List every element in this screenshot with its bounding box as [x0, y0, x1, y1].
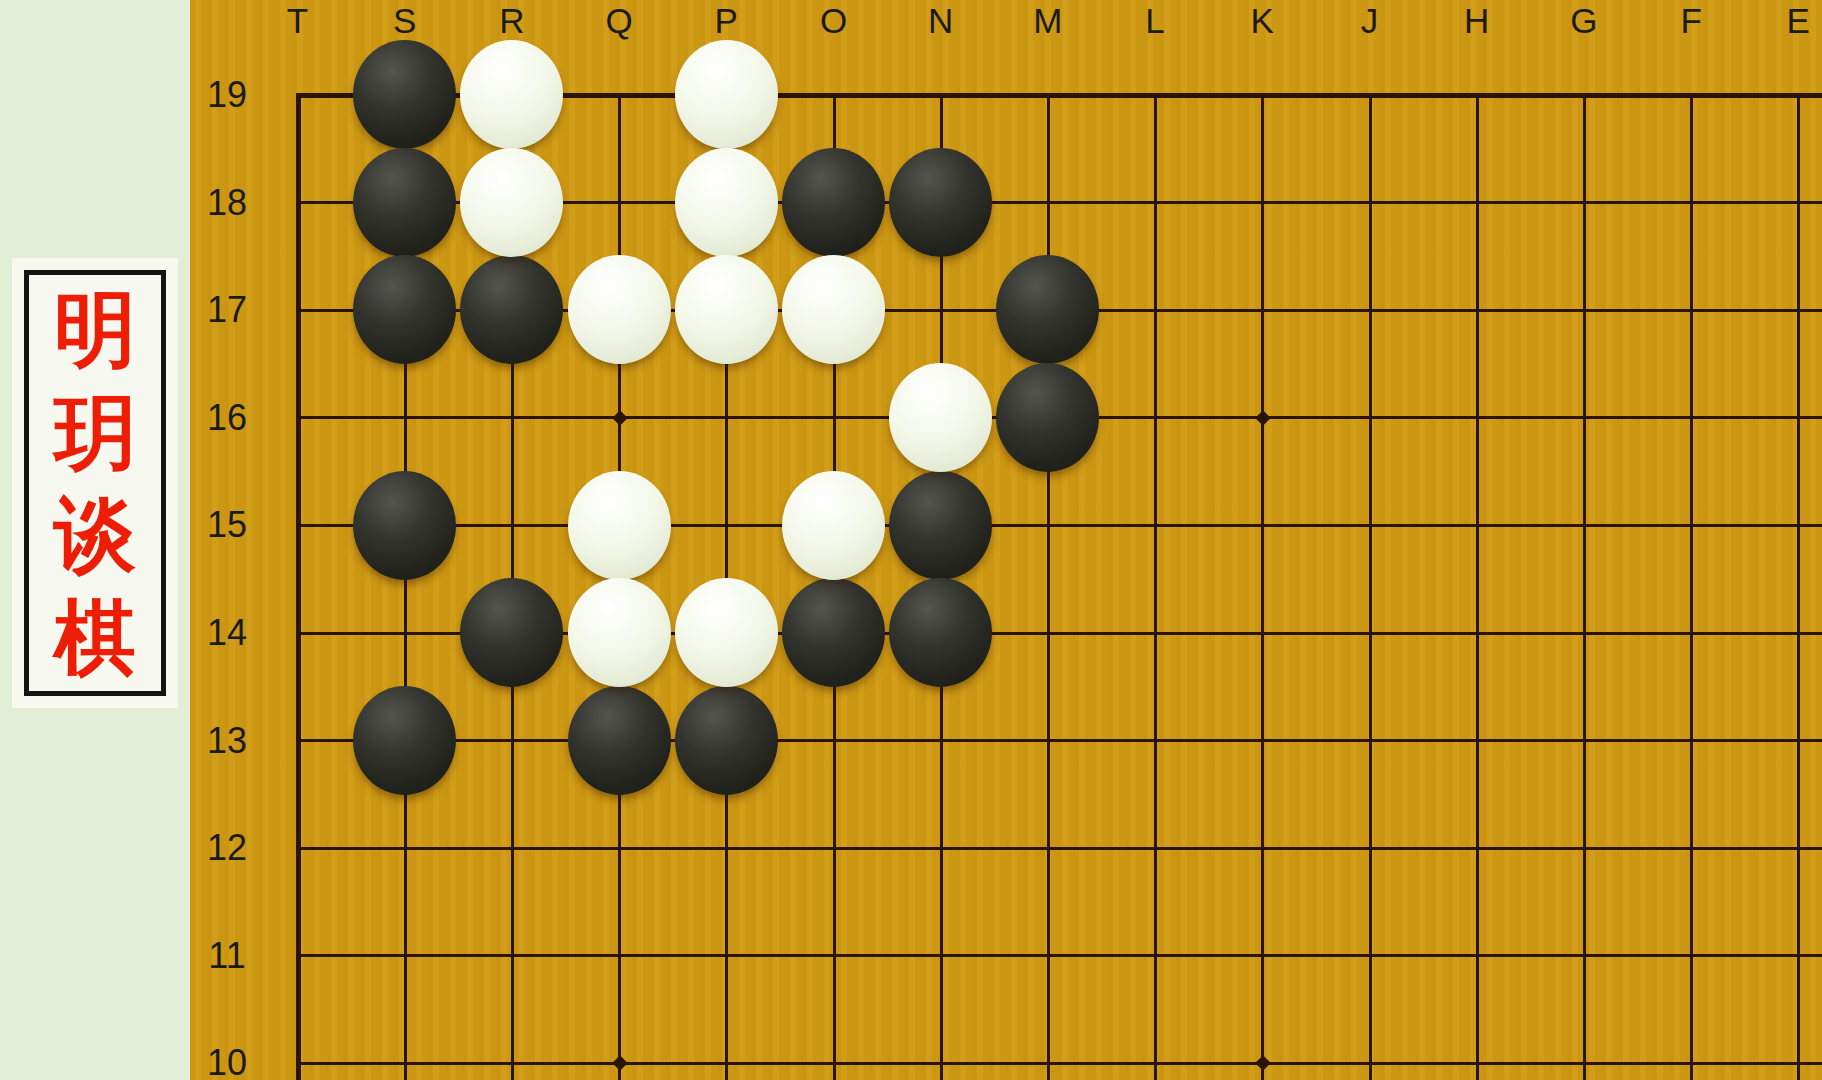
col-label-N: N — [928, 0, 954, 40]
row-label-17: 17 — [207, 289, 247, 331]
row-label-14: 14 — [207, 612, 247, 654]
stone-black-s18 — [353, 148, 456, 257]
col-label-F: F — [1680, 0, 1702, 40]
stone-black-n14 — [889, 578, 992, 687]
sidebar: 明 玥 谈 棋 — [0, 0, 190, 1080]
col-label-R: R — [499, 0, 525, 40]
stone-black-s13 — [353, 686, 456, 795]
stone-white-q14 — [568, 578, 671, 687]
stone-white-n16 — [889, 363, 992, 472]
col-label-E: E — [1787, 0, 1811, 40]
col-label-O: O — [820, 0, 848, 40]
stone-black-q13 — [568, 686, 671, 795]
stone-white-r19 — [460, 40, 563, 149]
row-label-15: 15 — [207, 504, 247, 546]
stone-black-m16 — [996, 363, 1099, 472]
channel-title-char-1: 明 — [54, 281, 136, 377]
row-label-13: 13 — [207, 720, 247, 762]
stones-layer — [244, 41, 1822, 1080]
stone-white-q15 — [568, 471, 671, 580]
row-label-18: 18 — [207, 182, 247, 224]
channel-title-char-3: 谈 — [54, 486, 136, 582]
stone-black-r14 — [460, 578, 563, 687]
stone-black-o14 — [782, 578, 885, 687]
stone-white-r18 — [460, 148, 563, 257]
col-label-J: J — [1361, 0, 1380, 40]
stone-black-r17 — [460, 255, 563, 364]
stone-white-o15 — [782, 471, 885, 580]
stone-black-n18 — [889, 148, 992, 257]
stone-white-q17 — [568, 255, 671, 364]
col-label-Q: Q — [605, 0, 633, 40]
col-label-M: M — [1033, 0, 1063, 40]
stone-black-n15 — [889, 471, 992, 580]
row-label-19: 19 — [207, 74, 247, 116]
stone-white-p18 — [675, 148, 778, 257]
stone-white-p14 — [675, 578, 778, 687]
stone-black-o18 — [782, 148, 885, 257]
stone-black-s15 — [353, 471, 456, 580]
stone-white-p19 — [675, 40, 778, 149]
channel-title-frame: 明 玥 谈 棋 — [24, 270, 166, 696]
row-label-12: 12 — [207, 827, 247, 869]
row-label-10: 10 — [207, 1042, 247, 1080]
screenshot-stage: TSRQPONMLKJHGFE19181716151413121110 明 玥 … — [0, 0, 1822, 1080]
stone-black-m17 — [996, 255, 1099, 364]
stone-black-s17 — [353, 255, 456, 364]
col-label-P: P — [715, 0, 739, 40]
stone-white-p17 — [675, 255, 778, 364]
col-label-T: T — [287, 0, 309, 40]
stone-white-o17 — [782, 255, 885, 364]
stone-black-s19 — [353, 40, 456, 149]
row-label-11: 11 — [208, 935, 245, 977]
col-label-K: K — [1251, 0, 1275, 40]
channel-title-char-2: 玥 — [54, 384, 136, 480]
row-label-16: 16 — [207, 397, 247, 439]
channel-title-char-4: 棋 — [54, 589, 136, 685]
channel-title-box: 明 玥 谈 棋 — [12, 258, 178, 708]
stone-black-p13 — [675, 686, 778, 795]
col-label-L: L — [1145, 0, 1165, 40]
col-label-G: G — [1570, 0, 1598, 40]
col-label-S: S — [393, 0, 417, 40]
col-label-H: H — [1464, 0, 1490, 40]
